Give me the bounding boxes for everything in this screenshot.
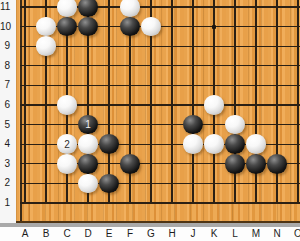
- grid-line-col-H: [171, 0, 172, 204]
- stone-white-B9[interactable]: [36, 36, 56, 56]
- col-label-H: H: [165, 227, 179, 241]
- stone-black-L3[interactable]: [225, 154, 245, 174]
- stone-white-L5[interactable]: [225, 115, 245, 135]
- col-label-B: B: [39, 227, 53, 241]
- row-label-6: 6: [0, 98, 10, 112]
- row-label-9: 9: [0, 39, 10, 53]
- col-label-G: G: [144, 227, 158, 241]
- stone-black-E2[interactable]: [99, 174, 119, 194]
- stone-black-F10[interactable]: [120, 17, 140, 37]
- stone-white-J4[interactable]: [183, 134, 203, 154]
- board-left-edge: [20, 0, 22, 223]
- stone-white-C11[interactable]: [57, 0, 77, 17]
- grid-line-col-A: [24, 0, 25, 204]
- row-label-3: 3: [0, 157, 10, 171]
- move-number-label: 1: [85, 119, 91, 130]
- stone-white-C6[interactable]: [57, 95, 77, 115]
- row-label-4: 4: [0, 137, 10, 151]
- row-label-7: 7: [0, 78, 10, 92]
- grid-line-row-9: [20, 46, 300, 47]
- row-label-5: 5: [0, 118, 10, 132]
- row-label-8: 8: [0, 59, 10, 73]
- stone-white-D2[interactable]: [78, 174, 98, 194]
- row-label-1: 1: [0, 196, 10, 210]
- stone-black-J5[interactable]: [183, 115, 203, 135]
- go-app-screenshot: 1110987654321ABCDEFGHJKLMNO 12: [0, 0, 300, 241]
- col-label-E: E: [102, 227, 116, 241]
- star-point-K10: [212, 25, 216, 29]
- grid-line-col-J: [192, 0, 193, 204]
- grid-line-row-8: [20, 65, 300, 66]
- grid-line-col-O: [297, 0, 298, 204]
- stone-white-D4[interactable]: [78, 134, 98, 154]
- row-label-10: 10: [0, 20, 10, 34]
- stone-white-G10[interactable]: [141, 17, 161, 37]
- col-label-L: L: [228, 227, 242, 241]
- grid-line-row-7: [20, 85, 300, 86]
- stone-black-D5[interactable]: 1: [78, 115, 98, 135]
- stone-black-D3[interactable]: [78, 154, 98, 174]
- stone-white-F11[interactable]: [120, 0, 140, 17]
- col-label-F: F: [123, 227, 137, 241]
- col-label-N: N: [270, 227, 284, 241]
- stone-white-C4[interactable]: 2: [57, 134, 77, 154]
- grid-line-row-1: [20, 202, 300, 203]
- stone-black-N3[interactable]: [267, 154, 287, 174]
- stone-white-M4[interactable]: [246, 134, 266, 154]
- grid-line-row-5: [20, 124, 300, 125]
- stone-black-D11[interactable]: [78, 0, 98, 17]
- col-label-D: D: [81, 227, 95, 241]
- stone-black-E4[interactable]: [99, 134, 119, 154]
- row-label-2: 2: [0, 176, 10, 190]
- move-number-label: 2: [64, 139, 70, 150]
- col-label-C: C: [60, 227, 74, 241]
- stone-black-F3[interactable]: [120, 154, 140, 174]
- stone-black-C10[interactable]: [57, 17, 77, 37]
- col-label-J: J: [186, 227, 200, 241]
- col-label-K: K: [207, 227, 221, 241]
- stone-black-D10[interactable]: [78, 17, 98, 37]
- stone-black-M3[interactable]: [246, 154, 266, 174]
- stone-white-C3[interactable]: [57, 154, 77, 174]
- stone-white-B10[interactable]: [36, 17, 56, 37]
- col-label-M: M: [249, 227, 263, 241]
- stone-white-K4[interactable]: [204, 134, 224, 154]
- grid-line-row-2: [20, 183, 300, 184]
- col-label-A: A: [18, 227, 32, 241]
- row-label-11: 11: [0, 0, 10, 14]
- col-label-O: O: [291, 227, 300, 241]
- stone-white-K6[interactable]: [204, 95, 224, 115]
- stone-black-L4[interactable]: [225, 134, 245, 154]
